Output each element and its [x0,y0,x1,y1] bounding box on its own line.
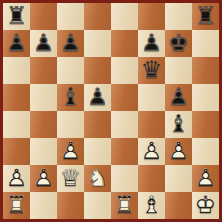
square-d2[interactable]: ♞♘ [84,165,111,192]
black-pawn-outline: ♙ [84,84,111,111]
white-bishop[interactable]: ♝♗ [138,192,165,219]
square-f5[interactable] [138,84,165,111]
square-d8[interactable] [84,3,111,30]
white-pawn[interactable]: ♟♙ [3,165,30,192]
square-a2[interactable]: ♟♙ [3,165,30,192]
white-pawn[interactable]: ♟♙ [192,165,219,192]
square-b3[interactable] [30,138,57,165]
black-queen-outline: ♕ [138,57,165,84]
square-f6[interactable]: ♛♕ [138,57,165,84]
black-rook[interactable]: ♜♖ [3,3,30,30]
white-pawn-outline: ♙ [192,165,219,192]
square-f2[interactable] [138,165,165,192]
white-king[interactable]: ♚♔ [192,192,219,219]
white-pawn-outline: ♙ [30,165,57,192]
square-b2[interactable]: ♟♙ [30,165,57,192]
white-pawn[interactable]: ♟♙ [138,138,165,165]
square-g1[interactable] [165,192,192,219]
black-pawn-outline: ♙ [57,30,84,57]
white-rook-outline: ♖ [3,192,30,219]
square-a8[interactable]: ♜♖ [3,3,30,30]
square-a1[interactable]: ♜♖ [3,192,30,219]
chess-board: ♜♖♜♖♟♙♟♙♟♙♟♙♚♔♛♕♝♗♟♙♟♙♝♗♟♙♟♙♟♙♟♙♟♙♛♕♞♘♟♙… [3,3,219,219]
square-h2[interactable]: ♟♙ [192,165,219,192]
square-g6[interactable] [165,57,192,84]
square-c2[interactable]: ♛♕ [57,165,84,192]
square-d6[interactable] [84,57,111,84]
square-b6[interactable] [30,57,57,84]
square-g8[interactable] [165,3,192,30]
white-pawn-outline: ♙ [138,138,165,165]
white-rook[interactable]: ♜♖ [3,192,30,219]
white-pawn[interactable]: ♟♙ [57,138,84,165]
white-pawn[interactable]: ♟♙ [30,165,57,192]
square-c3[interactable]: ♟♙ [57,138,84,165]
square-a4[interactable] [3,111,30,138]
square-e2[interactable] [111,165,138,192]
square-h5[interactable] [192,84,219,111]
square-f7[interactable]: ♟♙ [138,30,165,57]
black-king[interactable]: ♚♔ [165,30,192,57]
chess-board-frame: ♜♖♜♖♟♙♟♙♟♙♟♙♚♔♛♕♝♗♟♙♟♙♝♗♟♙♟♙♟♙♟♙♟♙♛♕♞♘♟♙… [0,0,222,222]
white-king-outline: ♔ [192,192,219,219]
black-pawn[interactable]: ♟♙ [84,84,111,111]
square-g2[interactable] [165,165,192,192]
black-pawn-outline: ♙ [138,30,165,57]
square-h6[interactable] [192,57,219,84]
square-b4[interactable] [30,111,57,138]
square-d4[interactable] [84,111,111,138]
square-h1[interactable]: ♚♔ [192,192,219,219]
square-b1[interactable] [30,192,57,219]
square-c5[interactable]: ♝♗ [57,84,84,111]
white-knight[interactable]: ♞♘ [84,165,111,192]
white-pawn[interactable]: ♟♙ [165,138,192,165]
white-bishop-outline: ♗ [138,192,165,219]
square-c1[interactable] [57,192,84,219]
square-a3[interactable] [3,138,30,165]
black-pawn-outline: ♙ [30,30,57,57]
square-h7[interactable] [192,30,219,57]
square-f8[interactable] [138,3,165,30]
black-pawn[interactable]: ♟♙ [57,30,84,57]
white-pawn-outline: ♙ [165,138,192,165]
square-f3[interactable]: ♟♙ [138,138,165,165]
square-h4[interactable] [192,111,219,138]
square-e4[interactable] [111,111,138,138]
square-b7[interactable]: ♟♙ [30,30,57,57]
square-a7[interactable]: ♟♙ [3,30,30,57]
black-pawn-outline: ♙ [165,84,192,111]
square-c8[interactable] [57,3,84,30]
white-rook[interactable]: ♜♖ [111,192,138,219]
square-e5[interactable] [111,84,138,111]
black-pawn[interactable]: ♟♙ [165,84,192,111]
black-queen[interactable]: ♛♕ [138,57,165,84]
black-pawn-outline: ♙ [3,30,30,57]
square-c4[interactable] [57,111,84,138]
black-pawn[interactable]: ♟♙ [30,30,57,57]
square-d1[interactable] [84,192,111,219]
square-b5[interactable] [30,84,57,111]
square-g7[interactable]: ♚♔ [165,30,192,57]
square-e6[interactable] [111,57,138,84]
square-h3[interactable] [192,138,219,165]
black-rook[interactable]: ♜♖ [192,3,219,30]
black-rook-outline: ♖ [3,3,30,30]
square-g5[interactable]: ♟♙ [165,84,192,111]
white-queen[interactable]: ♛♕ [57,165,84,192]
black-pawn[interactable]: ♟♙ [138,30,165,57]
square-e7[interactable] [111,30,138,57]
square-f1[interactable]: ♝♗ [138,192,165,219]
square-d7[interactable] [84,30,111,57]
white-knight-outline: ♘ [84,165,111,192]
square-a5[interactable] [3,84,30,111]
white-rook-outline: ♖ [111,192,138,219]
white-pawn-outline: ♙ [57,138,84,165]
square-c6[interactable] [57,57,84,84]
square-f4[interactable] [138,111,165,138]
square-e8[interactable] [111,3,138,30]
square-c7[interactable]: ♟♙ [57,30,84,57]
white-pawn-outline: ♙ [3,165,30,192]
black-bishop[interactable]: ♝♗ [57,84,84,111]
square-g3[interactable]: ♟♙ [165,138,192,165]
square-b8[interactable] [30,3,57,30]
white-queen-outline: ♕ [57,165,84,192]
square-d3[interactable] [84,138,111,165]
square-e1[interactable]: ♜♖ [111,192,138,219]
black-pawn[interactable]: ♟♙ [3,30,30,57]
square-e3[interactable] [111,138,138,165]
square-a6[interactable] [3,57,30,84]
square-h8[interactable]: ♜♖ [192,3,219,30]
square-d5[interactable]: ♟♙ [84,84,111,111]
black-rook-outline: ♖ [192,3,219,30]
square-g4[interactable]: ♝♗ [165,111,192,138]
black-king-outline: ♔ [165,30,192,57]
black-bishop-outline: ♗ [165,111,192,138]
black-bishop-outline: ♗ [57,84,84,111]
black-bishop[interactable]: ♝♗ [165,111,192,138]
